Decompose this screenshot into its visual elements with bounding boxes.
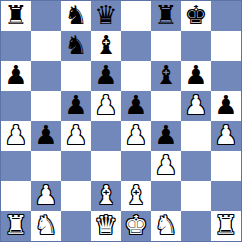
square-a6[interactable]: ♟ [1,61,31,91]
square-f2[interactable] [151,181,181,211]
square-f5[interactable] [151,91,181,121]
square-c8[interactable]: ♞ [61,1,91,31]
square-f3[interactable]: ♟ [151,151,181,181]
square-d2[interactable]: ♝ [91,181,121,211]
black-pawn: ♟ [4,62,27,88]
square-h3[interactable] [211,151,241,181]
white-pawn: ♟ [124,122,147,148]
black-king: ♚ [184,2,207,28]
black-queen: ♛ [94,2,117,28]
square-b3[interactable] [31,151,61,181]
white-pawn: ♟ [94,92,117,118]
white-king: ♚ [124,212,147,238]
square-b1[interactable]: ♞ [31,211,61,241]
square-c7[interactable]: ♞ [61,31,91,61]
white-knight: ♞ [34,212,57,238]
white-knight: ♞ [154,212,177,238]
white-pawn: ♟ [34,182,57,208]
square-g2[interactable] [181,181,211,211]
square-e1[interactable]: ♚ [121,211,151,241]
square-g3[interactable] [181,151,211,181]
square-d5[interactable]: ♟ [91,91,121,121]
square-e2[interactable]: ♝ [121,181,151,211]
chess-board: ♜♞♛♜♚♞♝♟♟♝♟♟♟♟♟♟♟♟♟♟♟♟♟♟♝♝♜♞♛♚♞♜ [0,0,242,242]
square-c4[interactable]: ♟ [61,121,91,151]
square-b4[interactable]: ♟ [31,121,61,151]
square-g1[interactable] [181,211,211,241]
square-c3[interactable] [61,151,91,181]
square-g5[interactable]: ♟ [181,91,211,121]
white-pawn: ♟ [64,122,87,148]
square-a5[interactable] [1,91,31,121]
square-d4[interactable] [91,121,121,151]
square-b6[interactable] [31,61,61,91]
square-h7[interactable] [211,31,241,61]
black-bishop: ♝ [154,62,177,88]
square-d1[interactable]: ♛ [91,211,121,241]
square-c6[interactable] [61,61,91,91]
black-knight: ♞ [64,32,87,58]
square-a1[interactable]: ♜ [1,211,31,241]
square-h2[interactable] [211,181,241,211]
square-e7[interactable] [121,31,151,61]
white-bishop: ♝ [94,182,117,208]
white-pawn: ♟ [214,122,237,148]
square-b8[interactable] [31,1,61,31]
square-h1[interactable]: ♜ [211,211,241,241]
square-a2[interactable] [1,181,31,211]
square-f6[interactable]: ♝ [151,61,181,91]
square-f8[interactable]: ♜ [151,1,181,31]
square-a8[interactable]: ♜ [1,1,31,31]
square-h5[interactable]: ♟ [211,91,241,121]
white-pawn: ♟ [154,152,177,178]
white-queen: ♛ [94,212,117,238]
square-d8[interactable]: ♛ [91,1,121,31]
square-g6[interactable]: ♟ [181,61,211,91]
black-knight: ♞ [64,2,87,28]
square-a3[interactable] [1,151,31,181]
square-e5[interactable]: ♟ [121,91,151,121]
square-e6[interactable] [121,61,151,91]
white-rook: ♜ [214,212,237,238]
square-a4[interactable]: ♟ [1,121,31,151]
square-g8[interactable]: ♚ [181,1,211,31]
black-pawn: ♟ [214,92,237,118]
white-bishop: ♝ [124,182,147,208]
square-h4[interactable]: ♟ [211,121,241,151]
black-pawn: ♟ [184,62,207,88]
black-pawn: ♟ [124,92,147,118]
square-f7[interactable] [151,31,181,61]
black-pawn: ♟ [154,122,177,148]
black-rook: ♜ [154,2,177,28]
square-g7[interactable] [181,31,211,61]
black-bishop: ♝ [94,32,117,58]
square-e4[interactable]: ♟ [121,121,151,151]
square-b5[interactable] [31,91,61,121]
square-c2[interactable] [61,181,91,211]
square-f1[interactable]: ♞ [151,211,181,241]
square-d3[interactable] [91,151,121,181]
square-f4[interactable]: ♟ [151,121,181,151]
white-pawn: ♟ [184,92,207,118]
square-e3[interactable] [121,151,151,181]
square-e8[interactable] [121,1,151,31]
square-d7[interactable]: ♝ [91,31,121,61]
black-pawn: ♟ [34,122,57,148]
square-c1[interactable] [61,211,91,241]
square-g4[interactable] [181,121,211,151]
square-h8[interactable] [211,1,241,31]
black-rook: ♜ [4,2,27,28]
square-d6[interactable]: ♟ [91,61,121,91]
square-b7[interactable] [31,31,61,61]
square-a7[interactable] [1,31,31,61]
square-c5[interactable]: ♟ [61,91,91,121]
black-pawn: ♟ [64,92,87,118]
white-rook: ♜ [4,212,27,238]
white-pawn: ♟ [4,122,27,148]
square-h6[interactable] [211,61,241,91]
black-pawn: ♟ [94,62,117,88]
square-b2[interactable]: ♟ [31,181,61,211]
